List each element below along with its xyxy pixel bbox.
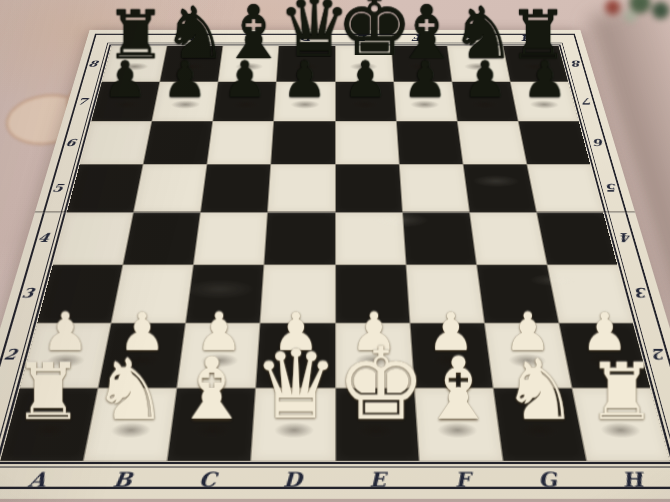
square-b5[interactable]: [134, 165, 206, 212]
square-f4[interactable]: [403, 212, 476, 264]
square-c5[interactable]: [201, 165, 270, 212]
white-king-e1[interactable]: ♚: [336, 334, 417, 434]
square-f6[interactable]: [397, 122, 463, 165]
file-labels-bottom: ABCDEFGH: [0, 467, 670, 493]
file-label-top-g: G: [445, 32, 502, 43]
square-b6[interactable]: [144, 122, 213, 165]
square-d1[interactable]: ♛: [252, 389, 335, 461]
white-knight-b1[interactable]: ♞: [90, 349, 171, 433]
square-g1[interactable]: ♞: [494, 389, 586, 461]
square-h5[interactable]: [527, 165, 603, 212]
square-b4[interactable]: [124, 212, 201, 264]
square-g5[interactable]: [463, 165, 535, 212]
file-label-top-a: A: [112, 32, 170, 43]
file-label-bottom-h: H: [587, 467, 670, 493]
square-h6[interactable]: [519, 122, 591, 165]
square-d4[interactable]: [265, 212, 335, 264]
black-pawn-g7[interactable]: ♟: [455, 55, 514, 105]
black-pawn-e7[interactable]: ♟: [335, 55, 394, 105]
square-e4[interactable]: [336, 212, 406, 264]
file-label-bottom-d: D: [249, 467, 335, 493]
board-squares: ♜♞♝♛♚♝♞♜♟♟♟♟♟♟♟♟♟♟♟♟♟♟♟♟♜♞♝♛♚♝♞♜: [0, 46, 669, 461]
square-a5[interactable]: [67, 165, 143, 212]
white-queen-d1[interactable]: ♛: [254, 339, 335, 434]
black-pawn-c7[interactable]: ♟: [216, 55, 275, 105]
square-h1[interactable]: ♜: [573, 389, 670, 461]
white-knight-g1[interactable]: ♞: [499, 349, 580, 433]
square-g4[interactable]: [470, 212, 547, 264]
square-e1[interactable]: ♚: [336, 389, 419, 461]
square-g7[interactable]: ♟: [452, 82, 517, 121]
chessboard-photo-scene: ABCDEFGH ABCDEFGH 87654321 87654321 ♜♞♝♛…: [0, 0, 670, 502]
file-label-top-e: E: [335, 32, 391, 43]
square-a1[interactable]: ♜: [0, 389, 97, 461]
file-label-bottom-a: A: [0, 467, 83, 493]
square-d7[interactable]: ♟: [274, 82, 334, 121]
file-label-bottom-f: F: [419, 467, 507, 493]
square-d6[interactable]: [272, 122, 335, 165]
file-label-bottom-e: E: [335, 467, 421, 493]
square-a7[interactable]: ♟: [91, 82, 159, 121]
square-e7[interactable]: ♟: [335, 82, 395, 121]
black-pawn-f7[interactable]: ♟: [395, 55, 454, 105]
square-g6[interactable]: [458, 122, 527, 165]
square-f1[interactable]: ♝: [415, 389, 502, 461]
file-label-top-f: F: [390, 32, 446, 43]
white-rook-h1[interactable]: ♜: [581, 354, 662, 432]
file-label-top-d: D: [279, 32, 335, 43]
black-pawn-d7[interactable]: ♟: [276, 55, 335, 105]
black-pawn-b7[interactable]: ♟: [156, 55, 215, 105]
square-d5[interactable]: [268, 165, 334, 212]
square-b1[interactable]: ♞: [84, 389, 176, 461]
square-e6[interactable]: [335, 122, 398, 165]
chess-board: ABCDEFGH ABCDEFGH 87654321 87654321 ♜♞♝♛…: [0, 30, 670, 499]
white-bishop-c1[interactable]: ♝: [172, 347, 253, 433]
black-pawn-a7[interactable]: ♟: [96, 55, 155, 105]
white-bishop-f1[interactable]: ♝: [418, 347, 499, 433]
square-a4[interactable]: [53, 212, 133, 264]
square-a6[interactable]: [80, 122, 152, 165]
square-b7[interactable]: ♟: [152, 82, 217, 121]
square-h7[interactable]: ♟: [511, 82, 579, 121]
square-c6[interactable]: [208, 122, 274, 165]
file-label-top-c: C: [224, 32, 280, 43]
square-f5[interactable]: [399, 165, 468, 212]
square-c7[interactable]: ♟: [213, 82, 276, 121]
file-label-top-b: B: [168, 32, 225, 43]
square-c1[interactable]: ♝: [168, 389, 255, 461]
file-label-top-h: H: [500, 32, 558, 43]
square-f7[interactable]: ♟: [394, 82, 457, 121]
square-c4[interactable]: [194, 212, 267, 264]
file-labels-top: ABCDEFGH: [112, 32, 558, 43]
white-rook-a1[interactable]: ♜: [8, 354, 89, 432]
square-e5[interactable]: [335, 165, 401, 212]
file-label-bottom-b: B: [78, 467, 167, 493]
square-h4[interactable]: [537, 212, 617, 264]
black-pawn-h7[interactable]: ♟: [515, 55, 574, 105]
file-label-bottom-c: C: [163, 467, 251, 493]
file-label-bottom-g: G: [503, 467, 592, 493]
